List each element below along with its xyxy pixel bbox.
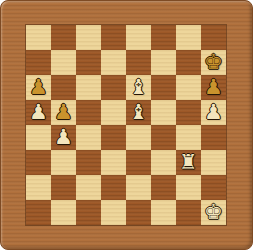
square-e5[interactable]: ♝ (126, 100, 151, 125)
square-d6[interactable] (101, 75, 126, 100)
square-a7[interactable] (26, 50, 51, 75)
square-c1[interactable] (76, 200, 101, 225)
black-king-h7[interactable]: ♚ (201, 50, 226, 75)
black-pawn-h6[interactable]: ♟ (201, 75, 226, 100)
square-g6[interactable] (176, 75, 201, 100)
square-d2[interactable] (101, 175, 126, 200)
square-f3[interactable] (151, 150, 176, 175)
white-bishop-e5[interactable]: ♝ (126, 100, 151, 125)
square-a3[interactable] (26, 150, 51, 175)
square-g5[interactable] (176, 100, 201, 125)
square-b5[interactable]: ♟ (51, 100, 76, 125)
square-c3[interactable] (76, 150, 101, 175)
square-b3[interactable] (51, 150, 76, 175)
black-pawn-b5[interactable]: ♟ (51, 100, 76, 125)
square-d8[interactable] (101, 25, 126, 50)
square-a4[interactable] (26, 125, 51, 150)
square-f1[interactable] (151, 200, 176, 225)
square-f7[interactable] (151, 50, 176, 75)
square-h1[interactable]: ♚ (201, 200, 226, 225)
square-h3[interactable] (201, 150, 226, 175)
square-e1[interactable] (126, 200, 151, 225)
square-h8[interactable] (201, 25, 226, 50)
square-d7[interactable] (101, 50, 126, 75)
square-h7[interactable]: ♚ (201, 50, 226, 75)
square-d5[interactable] (101, 100, 126, 125)
square-h4[interactable] (201, 125, 226, 150)
square-b8[interactable] (51, 25, 76, 50)
square-f5[interactable] (151, 100, 176, 125)
white-king-h1[interactable]: ♚ (201, 200, 226, 225)
square-g4[interactable] (176, 125, 201, 150)
square-c7[interactable] (76, 50, 101, 75)
square-h2[interactable] (201, 175, 226, 200)
square-g7[interactable] (176, 50, 201, 75)
square-e7[interactable] (126, 50, 151, 75)
square-a2[interactable] (26, 175, 51, 200)
square-f8[interactable] (151, 25, 176, 50)
square-a8[interactable] (26, 25, 51, 50)
square-c4[interactable] (76, 125, 101, 150)
square-f4[interactable] (151, 125, 176, 150)
white-pawn-a5[interactable]: ♟ (26, 100, 51, 125)
square-e6[interactable]: ♝ (126, 75, 151, 100)
square-c5[interactable] (76, 100, 101, 125)
square-e8[interactable] (126, 25, 151, 50)
square-b4[interactable]: ♟ (51, 125, 76, 150)
square-d3[interactable] (101, 150, 126, 175)
white-rook-g3[interactable]: ♜ (176, 150, 201, 175)
square-c8[interactable] (76, 25, 101, 50)
square-h6[interactable]: ♟ (201, 75, 226, 100)
square-b7[interactable] (51, 50, 76, 75)
chess-board: ♚♟♝♟♟♟♝♟♟♜♚ (26, 25, 226, 225)
square-g1[interactable] (176, 200, 201, 225)
white-pawn-h5[interactable]: ♟ (201, 100, 226, 125)
square-b1[interactable] (51, 200, 76, 225)
square-e3[interactable] (126, 150, 151, 175)
square-e4[interactable] (126, 125, 151, 150)
square-h5[interactable]: ♟ (201, 100, 226, 125)
square-d4[interactable] (101, 125, 126, 150)
square-a6[interactable]: ♟ (26, 75, 51, 100)
square-b6[interactable] (51, 75, 76, 100)
white-bishop-e6[interactable]: ♝ (126, 75, 151, 100)
square-g2[interactable] (176, 175, 201, 200)
square-e2[interactable] (126, 175, 151, 200)
square-d1[interactable] (101, 200, 126, 225)
square-f2[interactable] (151, 175, 176, 200)
square-c6[interactable] (76, 75, 101, 100)
square-c2[interactable] (76, 175, 101, 200)
white-pawn-b4[interactable]: ♟ (51, 125, 76, 150)
square-a1[interactable] (26, 200, 51, 225)
square-a5[interactable]: ♟ (26, 100, 51, 125)
square-g3[interactable]: ♜ (176, 150, 201, 175)
board-frame: ♚♟♝♟♟♟♝♟♟♜♚ (0, 0, 253, 250)
square-g8[interactable] (176, 25, 201, 50)
square-f6[interactable] (151, 75, 176, 100)
black-pawn-a6[interactable]: ♟ (26, 75, 51, 100)
square-b2[interactable] (51, 175, 76, 200)
